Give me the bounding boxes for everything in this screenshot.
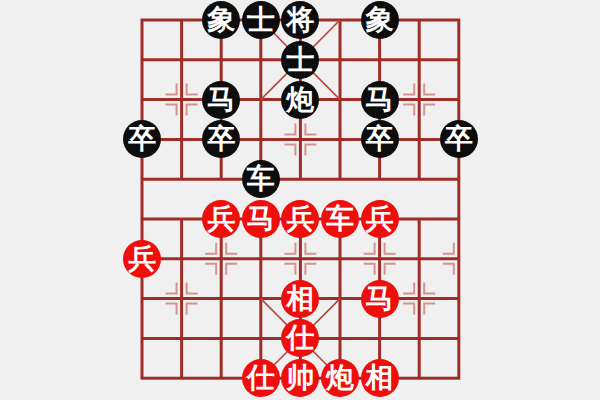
- intersection-8-9[interactable]: [439, 358, 479, 398]
- intersection-1-9[interactable]: [162, 358, 202, 398]
- intersection-6-0[interactable]: 象: [360, 0, 400, 40]
- xiangqi-board: 象士将象士马炮马卒卒卒卒车兵马兵车兵兵相马仕仕帅炮相: [0, 0, 600, 400]
- intersection-3-6[interactable]: [241, 239, 281, 279]
- intersection-7-2[interactable]: [399, 80, 439, 120]
- black-horse-2[interactable]: 马: [361, 81, 399, 119]
- red-soldier-2[interactable]: 兵: [281, 200, 319, 238]
- red-soldier-4[interactable]: 兵: [123, 240, 161, 278]
- intersection-2-4[interactable]: [201, 159, 241, 199]
- intersection-4-4[interactable]: [281, 159, 321, 199]
- black-advisor-1[interactable]: 士: [242, 1, 280, 39]
- intersection-3-4[interactable]: 车: [241, 159, 281, 199]
- red-chariot[interactable]: 车: [321, 200, 359, 238]
- intersection-6-8[interactable]: [360, 318, 400, 358]
- intersection-6-3[interactable]: 卒: [360, 119, 400, 159]
- red-advisor-1[interactable]: 仕: [281, 319, 319, 357]
- black-horse-1[interactable]: 马: [202, 81, 240, 119]
- intersection-1-4[interactable]: [162, 159, 202, 199]
- black-cannon[interactable]: 炮: [281, 81, 319, 119]
- intersection-2-0[interactable]: 象: [201, 0, 241, 40]
- intersection-0-9[interactable]: [122, 358, 162, 398]
- intersection-0-8[interactable]: [122, 318, 162, 358]
- intersection-0-6[interactable]: 兵: [122, 239, 162, 279]
- black-elephant-1[interactable]: 象: [202, 1, 240, 39]
- intersection-5-7[interactable]: [320, 279, 360, 319]
- intersection-2-7[interactable]: [201, 279, 241, 319]
- intersection-4-8[interactable]: 仕: [281, 318, 321, 358]
- intersection-5-9[interactable]: 炮: [320, 358, 360, 398]
- intersection-3-0[interactable]: 士: [241, 0, 281, 40]
- intersection-5-2[interactable]: [320, 80, 360, 120]
- intersection-8-0[interactable]: [439, 0, 479, 40]
- intersection-5-5[interactable]: 车: [320, 199, 360, 239]
- intersection-0-0[interactable]: [122, 0, 162, 40]
- intersection-4-9[interactable]: 帅: [281, 358, 321, 398]
- intersection-5-0[interactable]: [320, 0, 360, 40]
- intersection-2-1[interactable]: [201, 40, 241, 80]
- intersection-4-6[interactable]: [281, 239, 321, 279]
- intersection-8-8[interactable]: [439, 318, 479, 358]
- intersection-5-3[interactable]: [320, 119, 360, 159]
- intersection-1-5[interactable]: [162, 199, 202, 239]
- intersection-7-5[interactable]: [399, 199, 439, 239]
- intersection-8-1[interactable]: [439, 40, 479, 80]
- red-soldier-3[interactable]: 兵: [361, 200, 399, 238]
- intersection-2-9[interactable]: [201, 358, 241, 398]
- intersection-6-1[interactable]: [360, 40, 400, 80]
- board-grid: 象士将象士马炮马卒卒卒卒车兵马兵车兵兵相马仕仕帅炮相: [122, 0, 478, 398]
- intersection-6-5[interactable]: 兵: [360, 199, 400, 239]
- intersection-7-9[interactable]: [399, 358, 439, 398]
- intersection-1-3[interactable]: [162, 119, 202, 159]
- intersection-3-9[interactable]: 仕: [241, 358, 281, 398]
- intersection-3-2[interactable]: [241, 80, 281, 120]
- intersection-8-4[interactable]: [439, 159, 479, 199]
- intersection-2-8[interactable]: [201, 318, 241, 358]
- intersection-7-8[interactable]: [399, 318, 439, 358]
- intersection-8-7[interactable]: [439, 279, 479, 319]
- intersection-5-4[interactable]: [320, 159, 360, 199]
- intersection-0-2[interactable]: [122, 80, 162, 120]
- intersection-0-7[interactable]: [122, 279, 162, 319]
- intersection-2-6[interactable]: [201, 239, 241, 279]
- red-elephant-2[interactable]: 相: [361, 359, 399, 397]
- intersection-8-5[interactable]: [439, 199, 479, 239]
- intersection-3-5[interactable]: 马: [241, 199, 281, 239]
- red-soldier-1[interactable]: 兵: [202, 200, 240, 238]
- intersection-8-3[interactable]: 卒: [439, 119, 479, 159]
- intersection-2-2[interactable]: 马: [201, 80, 241, 120]
- red-cannon[interactable]: 炮: [321, 359, 359, 397]
- intersection-6-2[interactable]: 马: [360, 80, 400, 120]
- intersection-6-6[interactable]: [360, 239, 400, 279]
- red-elephant-1[interactable]: 相: [281, 280, 319, 318]
- intersection-1-2[interactable]: [162, 80, 202, 120]
- intersection-3-3[interactable]: [241, 119, 281, 159]
- intersection-3-7[interactable]: [241, 279, 281, 319]
- intersection-0-4[interactable]: [122, 159, 162, 199]
- intersection-4-5[interactable]: 兵: [281, 199, 321, 239]
- intersection-7-1[interactable]: [399, 40, 439, 80]
- intersection-1-1[interactable]: [162, 40, 202, 80]
- intersection-6-7[interactable]: 马: [360, 279, 400, 319]
- intersection-0-5[interactable]: [122, 199, 162, 239]
- black-elephant-2[interactable]: 象: [361, 1, 399, 39]
- intersection-7-6[interactable]: [399, 239, 439, 279]
- intersection-6-9[interactable]: 相: [360, 358, 400, 398]
- intersection-6-4[interactable]: [360, 159, 400, 199]
- black-soldier-3[interactable]: 卒: [361, 120, 399, 158]
- intersection-3-1[interactable]: [241, 40, 281, 80]
- black-soldier-1[interactable]: 卒: [123, 120, 161, 158]
- black-advisor-2[interactable]: 士: [281, 41, 319, 79]
- intersection-4-0[interactable]: 将: [281, 0, 321, 40]
- red-advisor-2[interactable]: 仕: [242, 359, 280, 397]
- intersection-5-6[interactable]: [320, 239, 360, 279]
- intersection-2-3[interactable]: 卒: [201, 119, 241, 159]
- intersection-2-5[interactable]: 兵: [201, 199, 241, 239]
- intersection-1-7[interactable]: [162, 279, 202, 319]
- intersection-7-3[interactable]: [399, 119, 439, 159]
- black-soldier-2[interactable]: 卒: [202, 120, 240, 158]
- red-general[interactable]: 帅: [281, 359, 319, 397]
- red-horse-1[interactable]: 马: [242, 200, 280, 238]
- red-horse-2[interactable]: 马: [361, 280, 399, 318]
- intersection-4-7[interactable]: 相: [281, 279, 321, 319]
- intersection-1-8[interactable]: [162, 318, 202, 358]
- intersection-4-2[interactable]: 炮: [281, 80, 321, 120]
- intersection-5-1[interactable]: [320, 40, 360, 80]
- black-chariot[interactable]: 车: [242, 160, 280, 198]
- intersection-8-2[interactable]: [439, 80, 479, 120]
- intersection-7-4[interactable]: [399, 159, 439, 199]
- intersection-0-3[interactable]: 卒: [122, 119, 162, 159]
- intersection-0-1[interactable]: [122, 40, 162, 80]
- black-soldier-4[interactable]: 卒: [440, 120, 478, 158]
- intersection-5-8[interactable]: [320, 318, 360, 358]
- intersection-4-1[interactable]: 士: [281, 40, 321, 80]
- intersection-7-0[interactable]: [399, 0, 439, 40]
- intersection-7-7[interactable]: [399, 279, 439, 319]
- intersection-3-8[interactable]: [241, 318, 281, 358]
- intersection-1-6[interactable]: [162, 239, 202, 279]
- intersection-8-6[interactable]: [439, 239, 479, 279]
- intersection-4-3[interactable]: [281, 119, 321, 159]
- black-general[interactable]: 将: [281, 1, 319, 39]
- intersection-1-0[interactable]: [162, 0, 202, 40]
